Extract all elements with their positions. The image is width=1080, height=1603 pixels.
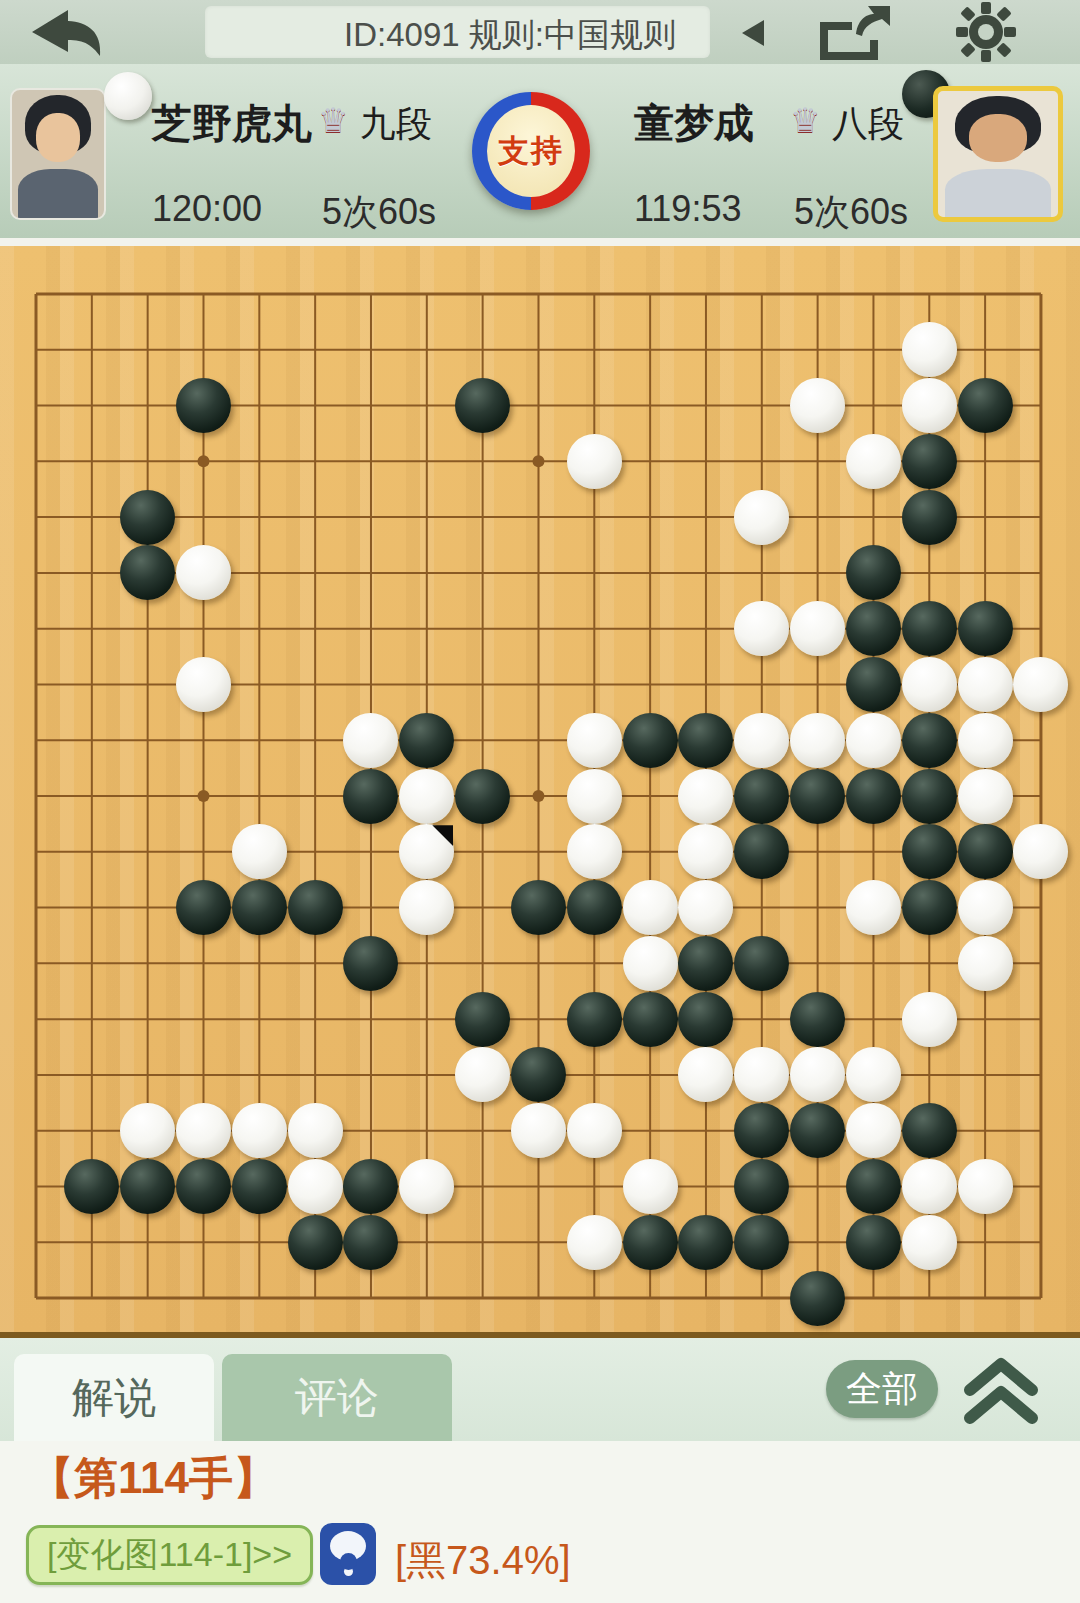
last-move-marker-icon [432,825,453,846]
stone-black [846,657,901,712]
white-stone-icon [104,72,152,120]
stone-black [846,545,901,600]
stone-black [846,1159,901,1214]
left-player-avatar [10,88,106,220]
stone-black [623,1215,678,1270]
tab-commentary[interactable]: 解说 [14,1354,214,1441]
stone-black [343,936,398,991]
stone-white [902,1215,957,1270]
stone-white [902,992,957,1047]
stone-white [567,713,622,768]
stone-black [958,601,1013,656]
stone-white [567,824,622,879]
avatar-face [969,114,1027,162]
right-player-name: 童梦成 [634,96,754,151]
stone-black [902,490,957,545]
right-player-avatar [933,86,1063,222]
stone-white [958,769,1013,824]
stone-black [455,769,510,824]
stone-white [958,713,1013,768]
player-bar: 芝野虎丸 ♛ 九段 120:00 5次60s 支持 童梦成 ♛ 八段 119:5… [0,64,1080,238]
stone-black [902,434,957,489]
back-icon[interactable] [18,6,106,58]
stone-white [734,490,789,545]
stone-white [176,1103,231,1158]
stone-white [902,378,957,433]
stone-black [567,880,622,935]
stone-black [176,1159,231,1214]
double-chevron-up-icon[interactable] [958,1352,1044,1428]
stone-white [623,1159,678,1214]
left-player-name: 芝野虎丸 [152,96,312,151]
share-icon[interactable] [812,6,892,60]
stone-black [790,769,845,824]
stone-white [567,434,622,489]
stone-black [902,880,957,935]
stone-white [790,713,845,768]
top-bar: ID:4091 规则:中国规则 [0,0,1080,64]
stone-black [120,490,175,545]
support-button[interactable]: 支持 [472,92,590,210]
all-filter-button[interactable]: 全部 [826,1360,938,1418]
avatar-body [18,169,99,220]
stone-black [902,1103,957,1158]
stone-black [958,378,1013,433]
stone-white [958,936,1013,991]
right-player-main-time: 119:53 [634,188,741,230]
left-player-rank: 九段 [360,100,432,149]
right-player-rank: 八段 [832,100,904,149]
stone-black [902,713,957,768]
stone-black [678,992,733,1047]
stone-black [846,1215,901,1270]
stone-white [288,1103,343,1158]
stone-black [567,992,622,1047]
stone-white [790,378,845,433]
stone-black [623,713,678,768]
tab-comments[interactable]: 评论 [222,1354,452,1441]
stone-white [902,657,957,712]
stone-black [511,880,566,935]
stone-white [846,880,901,935]
stone-black [846,601,901,656]
stone-white [958,880,1013,935]
stone-white [846,1047,901,1102]
stone-black [64,1159,119,1214]
stone-black [343,1215,398,1270]
stone-white [567,1103,622,1158]
stone-white [399,1159,454,1214]
stone-white [567,1215,622,1270]
stone-white [846,713,901,768]
ai-engine-logo-icon [320,1523,376,1585]
stone-black [678,936,733,991]
stone-black [678,713,733,768]
stone-black [120,1159,175,1214]
stone-white [232,1103,287,1158]
stone-black [790,992,845,1047]
stone-black [734,1159,789,1214]
go-app-screen: ID:4091 规则:中国规则 [0,0,1080,1603]
left-triangle-icon[interactable] [742,20,764,46]
stone-white [958,1159,1013,1214]
stone-black [790,1271,845,1326]
stone-black [288,1215,343,1270]
stone-white [734,713,789,768]
left-player-main-time: 120:00 [152,188,262,230]
stone-white [846,434,901,489]
right-player-byoyomi: 5次60s [794,188,908,237]
stone-black [678,1215,733,1270]
stone-black [511,1047,566,1102]
stone-white [288,1159,343,1214]
stone-black [288,880,343,935]
stone-white [399,880,454,935]
stone-black [902,769,957,824]
stone-white [176,545,231,600]
stone-white [232,824,287,879]
stone-white [623,880,678,935]
stone-black [455,378,510,433]
stone-white [902,1159,957,1214]
stone-black [958,824,1013,879]
left-player-byoyomi: 5次60s [322,188,436,237]
stone-black [232,880,287,935]
stone-white [846,1103,901,1158]
stone-black [734,936,789,991]
crown-icon: ♛ [790,100,820,140]
black-winrate-label: [黑73.4%] [395,1533,571,1588]
support-button-label[interactable]: 支持 [487,105,575,197]
game-id-rules-title: ID:4091 规则:中国规则 [250,13,770,58]
move-info-panel: 【第114手】 [变化图114-1]>> [黑73.4%] [0,1441,1080,1603]
stone-black [343,769,398,824]
stone-black [846,769,901,824]
gear-icon[interactable] [942,2,1030,62]
stone-black [623,992,678,1047]
avatar-face [36,113,80,162]
stone-black [232,1159,287,1214]
stone-white [958,657,1013,712]
stone-black [176,378,231,433]
stone-black [734,769,789,824]
stone-black [399,713,454,768]
stone-white [343,713,398,768]
stone-white [120,1103,175,1158]
crown-icon: ♛ [318,100,348,140]
avatar-body [945,169,1051,219]
stone-white [399,769,454,824]
go-board[interactable] [0,238,1080,1338]
stone-black [176,880,231,935]
stone-black [902,824,957,879]
stone-white [790,601,845,656]
stone-black [455,992,510,1047]
stone-white [678,769,733,824]
stone-white [511,1103,566,1158]
stone-white [567,769,622,824]
stone-white [902,322,957,377]
stone-white [176,657,231,712]
variation-button[interactable]: [变化图114-1]>> [26,1525,313,1585]
stone-black [790,1103,845,1158]
bottom-tab-bar: 解说 评论 全部 [0,1338,1080,1441]
move-number-label: 【第114手】 [30,1449,277,1508]
stone-black [902,601,957,656]
stone-black [734,1215,789,1270]
stone-white [623,936,678,991]
